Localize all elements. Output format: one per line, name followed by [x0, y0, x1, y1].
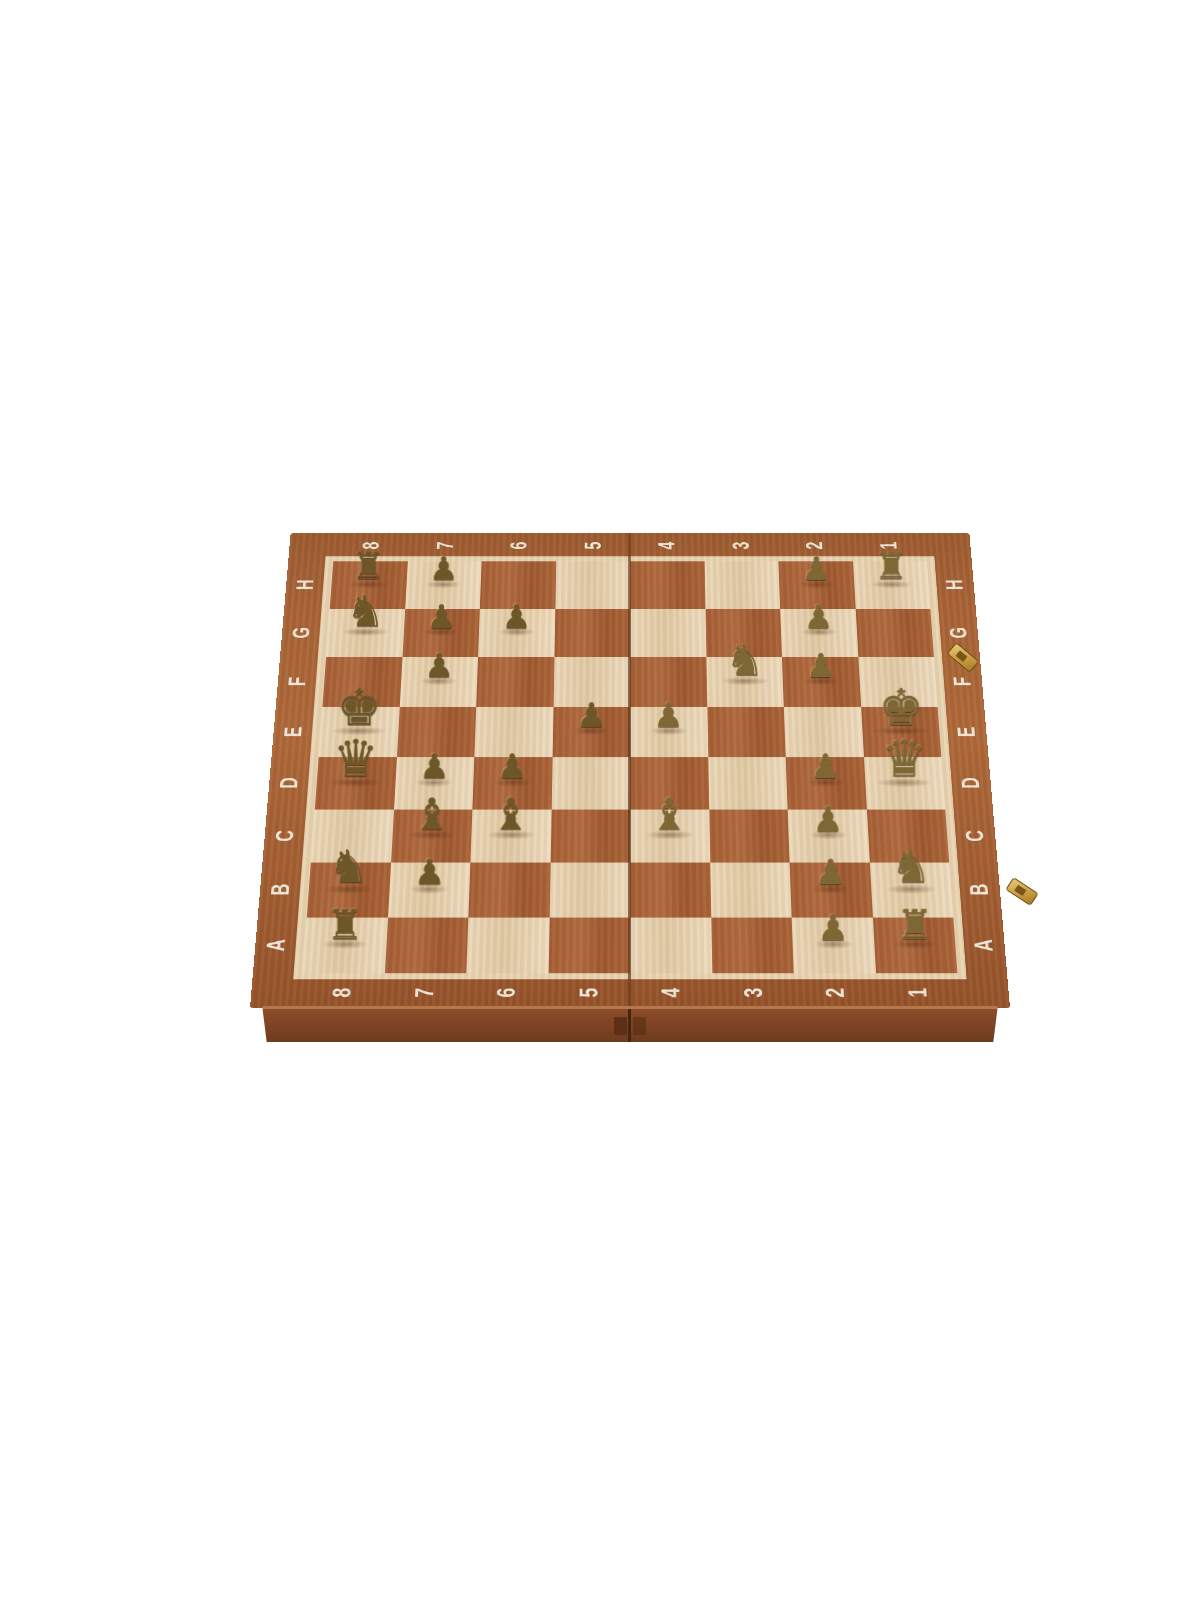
square-e1[interactable]: [861, 706, 942, 757]
square-g5[interactable]: [554, 609, 630, 657]
hinge-notch-left: [614, 1017, 627, 1035]
square-e8[interactable]: [319, 706, 400, 757]
square-e2[interactable]: [784, 706, 864, 757]
square-h7[interactable]: [405, 561, 482, 608]
square-b2[interactable]: [790, 863, 873, 918]
square-h3[interactable]: [704, 561, 780, 608]
square-a1[interactable]: [872, 917, 957, 973]
square-g6[interactable]: [478, 609, 555, 657]
square-a7[interactable]: [384, 917, 468, 973]
board-front-face: [250, 1006, 1010, 1042]
square-c3[interactable]: [709, 809, 790, 862]
coord-right-h-0: H: [941, 580, 968, 590]
square-e5[interactable]: [552, 706, 630, 757]
coord-right-e-3: E: [953, 727, 981, 737]
coord-top-3-5: 3: [728, 542, 754, 550]
square-g4[interactable]: [630, 609, 706, 657]
chess-board: 8765432187654321HGFEDCBAHGFEDCBA♜♟♟♜♞♟♟♟…: [250, 533, 1010, 1008]
coord-right-a-7: A: [969, 939, 999, 951]
square-h5[interactable]: [555, 561, 630, 608]
coord-top-4-4: 4: [654, 542, 680, 550]
square-a2[interactable]: [792, 917, 876, 973]
coord-top-5-3: 5: [580, 542, 606, 550]
square-b4[interactable]: [630, 863, 711, 918]
square-b7[interactable]: [388, 863, 471, 918]
coord-bottom-2-6: 2: [821, 988, 850, 998]
square-b3[interactable]: [710, 863, 792, 918]
brass-latch-lower: [1005, 877, 1038, 906]
square-b1[interactable]: [869, 863, 953, 918]
square-e4[interactable]: [630, 706, 708, 757]
square-f2[interactable]: [782, 657, 861, 707]
square-a5[interactable]: [548, 917, 630, 973]
square-a3[interactable]: [711, 917, 794, 973]
coord-right-g-1: G: [945, 627, 972, 638]
coord-left-b-6: B: [266, 884, 295, 896]
square-b6[interactable]: [468, 863, 550, 918]
square-d8[interactable]: [315, 757, 397, 809]
board-playing-area: [293, 556, 967, 979]
square-e7[interactable]: [396, 706, 476, 757]
square-f4[interactable]: [630, 657, 707, 707]
coord-left-e-3: E: [279, 727, 307, 737]
square-a6[interactable]: [466, 917, 549, 973]
coord-left-h-0: H: [292, 580, 319, 590]
square-f1[interactable]: [858, 657, 938, 707]
square-d7[interactable]: [394, 757, 475, 809]
square-c6[interactable]: [470, 809, 551, 862]
square-c4[interactable]: [630, 809, 710, 862]
square-f6[interactable]: [476, 657, 554, 707]
square-f3[interactable]: [706, 657, 784, 707]
coord-left-g-1: G: [288, 627, 315, 638]
coord-right-b-6: B: [965, 884, 994, 896]
square-e6[interactable]: [474, 706, 553, 757]
front-face-seam: [628, 1009, 631, 1045]
square-c1[interactable]: [866, 809, 949, 862]
square-h1[interactable]: [853, 561, 931, 608]
coord-right-f-2: F: [949, 677, 977, 686]
square-c2[interactable]: [788, 809, 870, 862]
coord-bottom-7-1: 7: [410, 988, 439, 998]
square-c8[interactable]: [311, 809, 394, 862]
square-f5[interactable]: [553, 657, 630, 707]
square-b8[interactable]: [307, 863, 391, 918]
coord-right-d-4: D: [957, 777, 985, 788]
square-d2[interactable]: [786, 757, 867, 809]
square-d6[interactable]: [472, 757, 552, 809]
square-h2[interactable]: [778, 561, 855, 608]
square-g8[interactable]: [326, 609, 405, 657]
square-g7[interactable]: [402, 609, 480, 657]
square-e3[interactable]: [707, 706, 786, 757]
photo-scene: 8765432187654321HGFEDCBAHGFEDCBA♜♟♟♜♞♟♟♟…: [250, 430, 1010, 1010]
square-g3[interactable]: [705, 609, 782, 657]
square-d3[interactable]: [708, 757, 788, 809]
coord-left-f-2: F: [284, 677, 312, 686]
square-f8[interactable]: [322, 657, 402, 707]
square-d5[interactable]: [551, 757, 630, 809]
square-h4[interactable]: [630, 561, 705, 608]
square-b5[interactable]: [549, 863, 630, 918]
coord-bottom-5-3: 5: [574, 988, 603, 998]
coord-left-a-7: A: [261, 939, 291, 951]
coord-left-d-4: D: [275, 777, 303, 788]
coord-left-c-5: C: [271, 830, 300, 842]
square-g1[interactable]: [855, 609, 934, 657]
square-f7[interactable]: [399, 657, 478, 707]
square-d4[interactable]: [630, 757, 709, 809]
square-d1[interactable]: [864, 757, 946, 809]
coord-bottom-8-0: 8: [327, 988, 357, 998]
coord-top-6-2: 6: [506, 542, 532, 550]
coord-right-c-5: C: [961, 830, 990, 842]
square-a4[interactable]: [630, 917, 712, 973]
square-c5[interactable]: [550, 809, 630, 862]
square-c7[interactable]: [391, 809, 473, 862]
square-a8[interactable]: [303, 917, 388, 973]
square-g2[interactable]: [780, 609, 858, 657]
coord-bottom-3-5: 3: [739, 988, 768, 998]
coord-bottom-4-4: 4: [657, 988, 686, 998]
coord-bottom-6-2: 6: [492, 988, 521, 998]
square-h8[interactable]: [330, 561, 408, 608]
square-h6[interactable]: [480, 561, 556, 608]
coord-bottom-1-7: 1: [903, 988, 933, 998]
hinge-notch-right: [633, 1017, 646, 1035]
